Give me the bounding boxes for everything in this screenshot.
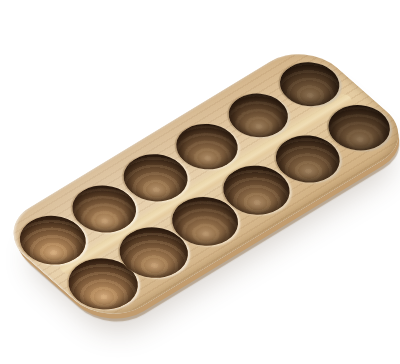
mancala-board: [0, 40, 400, 328]
pit-A5-seeds: [231, 95, 285, 135]
pit-B5-seeds: [279, 138, 336, 180]
pit-grid: [0, 40, 306, 229]
pit-B4-seeds: [227, 169, 286, 212]
pit-A3-seeds: [127, 157, 184, 199]
pit-A2-seeds: [75, 188, 133, 231]
photo-stage: [0, 0, 400, 364]
pit-B1-seeds: [71, 261, 134, 307]
pit-A4-seeds: [179, 126, 235, 167]
pit-A1-seeds: [23, 218, 83, 262]
pit-B6-seeds: [331, 107, 387, 148]
board-center-ridge: [56, 91, 356, 277]
pit-A6-seeds: [283, 65, 336, 104]
pit-B3-seeds: [175, 199, 235, 243]
pit-B2-seeds: [123, 230, 184, 275]
